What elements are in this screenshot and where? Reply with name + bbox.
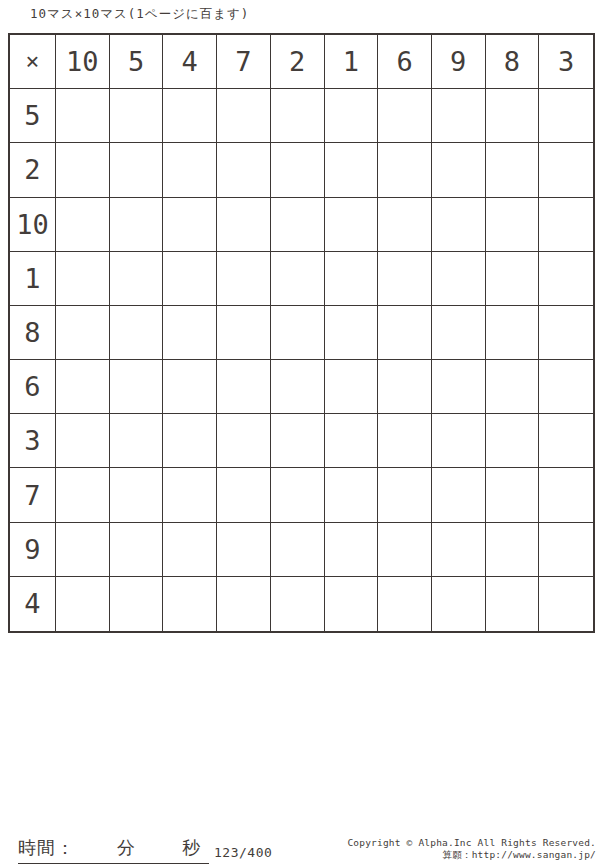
- answer-cell: [163, 89, 217, 143]
- copyright-line1: Copyright © Alpha.Inc All Rights Reserve…: [347, 837, 596, 849]
- answer-cell: [432, 523, 486, 577]
- answer-cell: [486, 523, 540, 577]
- page-title: 10マス×10マス(1ページに百ます): [30, 6, 249, 23]
- answer-cell: [110, 306, 164, 360]
- answer-cell: [539, 414, 593, 468]
- answer-cell: [110, 414, 164, 468]
- answer-cell: [486, 577, 540, 631]
- answer-cell: [325, 360, 379, 414]
- answer-cell: [217, 198, 271, 252]
- answer-cell: [163, 360, 217, 414]
- answer-cell: [271, 577, 325, 631]
- answer-cell: [110, 198, 164, 252]
- answer-cell: [217, 577, 271, 631]
- answer-cell: [110, 468, 164, 522]
- answer-cell: [432, 306, 486, 360]
- answer-cell: [56, 468, 110, 522]
- answer-cell: [110, 143, 164, 197]
- answer-cell: [271, 252, 325, 306]
- answer-cell: [56, 198, 110, 252]
- col-header-5: 5: [110, 35, 164, 89]
- row-header-9: 9: [10, 523, 56, 577]
- copyright: Copyright © Alpha.Inc All Rights Reserve…: [347, 837, 596, 860]
- copyright-line2: 算願：http://www.sangan.jp/: [347, 849, 596, 861]
- answer-cell: [110, 89, 164, 143]
- answer-cell: [271, 89, 325, 143]
- answer-cell: [56, 523, 110, 577]
- row-header-5: 5: [10, 89, 56, 143]
- answer-cell: [432, 414, 486, 468]
- answer-cell: [325, 577, 379, 631]
- row-header-2: 2: [10, 143, 56, 197]
- answer-cell: [378, 89, 432, 143]
- answer-cell: [217, 89, 271, 143]
- answer-cell: [163, 577, 217, 631]
- answer-cell: [432, 252, 486, 306]
- answer-cell: [539, 360, 593, 414]
- col-header-7: 7: [217, 35, 271, 89]
- answer-cell: [325, 414, 379, 468]
- answer-cell: [378, 306, 432, 360]
- col-header-10: 10: [56, 35, 110, 89]
- answer-cell: [217, 306, 271, 360]
- answer-cell: [325, 143, 379, 197]
- answer-cell: [56, 306, 110, 360]
- row-header-4: 4: [10, 577, 56, 631]
- row-header-3: 3: [10, 414, 56, 468]
- answer-cell: [56, 89, 110, 143]
- answer-cell: [486, 198, 540, 252]
- answer-cell: [539, 523, 593, 577]
- answer-cell: [539, 143, 593, 197]
- answer-cell: [271, 143, 325, 197]
- answer-cell: [486, 468, 540, 522]
- answer-cell: [217, 523, 271, 577]
- answer-cell: [163, 468, 217, 522]
- answer-cell: [56, 360, 110, 414]
- answer-cell: [163, 252, 217, 306]
- col-header-1: 1: [325, 35, 379, 89]
- answer-cell: [56, 252, 110, 306]
- answer-cell: [325, 252, 379, 306]
- multiplication-grid: ×1054721698352101863794: [8, 33, 595, 633]
- answer-cell: [486, 252, 540, 306]
- answer-cell: [432, 577, 486, 631]
- answer-cell: [217, 468, 271, 522]
- row-header-10: 10: [10, 198, 56, 252]
- answer-cell: [486, 143, 540, 197]
- answer-cell: [271, 468, 325, 522]
- answer-cell: [217, 143, 271, 197]
- answer-cell: [325, 89, 379, 143]
- answer-cell: [432, 468, 486, 522]
- answer-cell: [271, 360, 325, 414]
- time-label: 時間：: [18, 837, 75, 858]
- answer-cell: [163, 143, 217, 197]
- col-header-9: 9: [432, 35, 486, 89]
- time-line: 時間：分秒: [18, 836, 209, 864]
- answer-cell: [163, 306, 217, 360]
- operator-cell: ×: [10, 35, 56, 89]
- col-header-6: 6: [378, 35, 432, 89]
- answer-cell: [378, 523, 432, 577]
- answer-cell: [110, 523, 164, 577]
- row-header-6: 6: [10, 360, 56, 414]
- answer-cell: [539, 306, 593, 360]
- worksheet-page: 10マス×10マス(1ページに百ます) ×1054721698352101863…: [0, 0, 600, 865]
- answer-cell: [56, 577, 110, 631]
- page-number: 123/400: [214, 845, 272, 860]
- answer-cell: [325, 198, 379, 252]
- minutes-label: 分: [117, 837, 136, 858]
- answer-cell: [378, 252, 432, 306]
- answer-cell: [163, 198, 217, 252]
- col-header-3: 3: [539, 35, 593, 89]
- col-header-8: 8: [486, 35, 540, 89]
- answer-cell: [271, 198, 325, 252]
- answer-cell: [217, 360, 271, 414]
- row-header-7: 7: [10, 468, 56, 522]
- answer-cell: [378, 468, 432, 522]
- answer-cell: [325, 468, 379, 522]
- answer-cell: [325, 306, 379, 360]
- answer-cell: [217, 252, 271, 306]
- answer-cell: [56, 414, 110, 468]
- footer: 時間：分秒 123/400 Copyright © Alpha.Inc All …: [0, 834, 600, 865]
- answer-cell: [110, 360, 164, 414]
- row-header-1: 1: [10, 252, 56, 306]
- answer-cell: [539, 89, 593, 143]
- answer-cell: [486, 89, 540, 143]
- answer-cell: [539, 252, 593, 306]
- answer-cell: [486, 360, 540, 414]
- col-header-2: 2: [271, 35, 325, 89]
- answer-cell: [325, 523, 379, 577]
- answer-cell: [432, 198, 486, 252]
- row-header-8: 8: [10, 306, 56, 360]
- answer-cell: [110, 577, 164, 631]
- answer-cell: [539, 577, 593, 631]
- answer-cell: [486, 306, 540, 360]
- answer-cell: [432, 89, 486, 143]
- answer-cell: [432, 143, 486, 197]
- answer-cell: [378, 198, 432, 252]
- answer-cell: [271, 523, 325, 577]
- answer-cell: [432, 360, 486, 414]
- answer-cell: [486, 414, 540, 468]
- answer-cell: [271, 414, 325, 468]
- answer-cell: [271, 306, 325, 360]
- answer-cell: [378, 577, 432, 631]
- answer-cell: [378, 414, 432, 468]
- answer-cell: [539, 468, 593, 522]
- seconds-label: 秒: [182, 837, 201, 858]
- answer-cell: [217, 414, 271, 468]
- answer-cell: [110, 252, 164, 306]
- answer-cell: [56, 143, 110, 197]
- answer-cell: [163, 414, 217, 468]
- answer-cell: [539, 198, 593, 252]
- answer-cell: [378, 143, 432, 197]
- answer-cell: [163, 523, 217, 577]
- answer-cell: [378, 360, 432, 414]
- col-header-4: 4: [163, 35, 217, 89]
